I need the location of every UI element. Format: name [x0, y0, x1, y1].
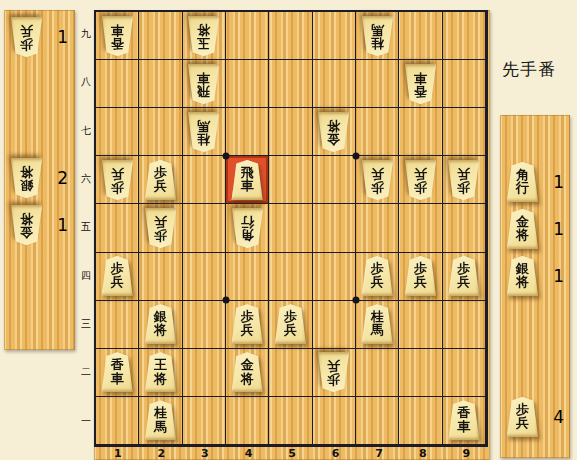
piece-kanji: 歩 — [371, 262, 384, 275]
board-square[interactable] — [356, 204, 399, 252]
piece-knight[interactable]: 桂馬 — [187, 112, 220, 152]
turn-indicator: 先手番 — [502, 58, 556, 81]
board-square[interactable] — [139, 108, 182, 156]
file-label: 2 — [140, 447, 184, 460]
board-square[interactable]: 香車 — [443, 397, 486, 445]
board-square[interactable] — [226, 60, 269, 108]
file-label: 3 — [183, 447, 227, 460]
piece-kanji: 香 — [414, 84, 427, 97]
piece-pawn[interactable]: 歩兵 — [101, 256, 134, 296]
piece-kanji: 兵 — [284, 323, 297, 336]
board-square[interactable] — [443, 12, 486, 60]
piece-kanji: 歩 — [241, 310, 254, 323]
board-square[interactable] — [183, 301, 226, 349]
sente-hand-pawn[interactable]: 歩兵1 — [8, 15, 70, 59]
piece-kanji: 車 — [111, 372, 124, 385]
star-point — [353, 153, 360, 160]
board-square[interactable] — [139, 12, 182, 60]
board-square[interactable] — [226, 253, 269, 301]
rank-label: 三 — [79, 300, 93, 348]
piece-knight[interactable]: 桂馬 — [361, 304, 394, 344]
board-grid: 香車玉将桂馬飛車香車桂馬金将歩兵歩兵飛車歩兵歩兵歩兵歩兵角行歩兵歩兵歩兵歩兵銀将… — [94, 10, 488, 447]
piece-kanji: 兵 — [516, 416, 529, 429]
piece-kanji: 香 — [457, 406, 470, 419]
piece-gold[interactable]: 金将 — [317, 112, 350, 152]
piece-kanji: 兵 — [414, 275, 427, 288]
board-square[interactable]: 歩兵 — [269, 301, 312, 349]
piece-kanji: 兵 — [20, 25, 33, 38]
piece-silver[interactable]: 銀将 — [144, 304, 177, 344]
file-label: 7 — [357, 447, 401, 460]
piece-kanji: 兵 — [154, 179, 167, 192]
file-label: 8 — [401, 447, 445, 460]
board-square[interactable] — [399, 397, 442, 445]
piece-kanji: 歩 — [327, 373, 340, 386]
board-square[interactable] — [399, 204, 442, 252]
piece-kanji: 桂 — [154, 406, 167, 419]
piece-kanji: 兵 — [111, 275, 124, 288]
rank-label: 九 — [79, 10, 93, 58]
piece-lance[interactable]: 香車 — [101, 352, 134, 392]
piece-kanji: 兵 — [414, 167, 427, 180]
piece-kanji: 銀 — [516, 262, 529, 275]
gote-hand-bishop[interactable]: 角行1 — [504, 160, 566, 204]
piece-kanji: 馬 — [371, 323, 384, 336]
board-square[interactable] — [399, 301, 442, 349]
file-label: 9 — [445, 447, 489, 460]
piece-kanji: 兵 — [371, 167, 384, 180]
file-labels: 123456789 — [96, 447, 488, 460]
piece-kanji: 兵 — [371, 275, 384, 288]
gote-hand-silver[interactable]: 銀将1 — [504, 254, 566, 298]
board-square[interactable] — [356, 108, 399, 156]
board-square[interactable] — [356, 349, 399, 397]
board-square[interactable] — [399, 12, 442, 60]
board-square[interactable] — [269, 60, 312, 108]
board-square[interactable]: 歩兵 — [226, 301, 269, 349]
piece-kanji: 角 — [516, 168, 529, 181]
piece-rook[interactable]: 飛車 — [187, 64, 220, 104]
piece-lance[interactable]: 香車 — [404, 64, 437, 104]
board-square[interactable] — [313, 156, 356, 204]
piece-kanji: 車 — [111, 23, 124, 36]
rank-label: 四 — [79, 252, 93, 300]
board-square[interactable]: 香車 — [399, 60, 442, 108]
sente-hand-gold[interactable]: 金将1 — [8, 203, 70, 247]
piece-pawn[interactable]: 歩兵 — [144, 160, 177, 200]
piece-kanji: 車 — [241, 179, 254, 192]
piece-kanji: 歩 — [516, 403, 529, 416]
file-label: 1 — [96, 447, 140, 460]
piece-kanji: 銀 — [20, 179, 33, 192]
board-square[interactable]: 歩兵 — [443, 156, 486, 204]
shogi-board: 香車玉将桂馬飛車香車桂馬金将歩兵歩兵飛車歩兵歩兵歩兵歩兵角行歩兵歩兵歩兵歩兵銀将… — [94, 10, 490, 460]
board-square[interactable]: 桂馬 — [356, 12, 399, 60]
board-square[interactable]: 歩兵 — [313, 349, 356, 397]
piece-kanji: 飛 — [197, 84, 210, 97]
piece-pawn[interactable]: 歩兵 — [274, 304, 307, 344]
board-square[interactable] — [96, 204, 139, 252]
piece-kanji: 金 — [516, 215, 529, 228]
piece-kanji: 歩 — [154, 229, 167, 242]
piece-kanji: 桂 — [197, 133, 210, 146]
board-square[interactable] — [356, 60, 399, 108]
piece-kanji: 金 — [20, 226, 33, 239]
piece-kanji: 歩 — [111, 181, 124, 194]
board-square[interactable] — [226, 108, 269, 156]
board-square[interactable] — [183, 204, 226, 252]
piece-kanji: 歩 — [111, 262, 124, 275]
board-square[interactable] — [443, 204, 486, 252]
board-square[interactable] — [139, 60, 182, 108]
piece-gold[interactable]: 金将 — [506, 209, 539, 249]
piece-king-jeweled[interactable]: 玉将 — [187, 16, 220, 56]
file-label: 5 — [270, 447, 314, 460]
piece-silver[interactable]: 銀将 — [10, 158, 43, 198]
board-square[interactable]: 飛車 — [183, 60, 226, 108]
hand-piece-count: 4 — [553, 407, 564, 427]
board-square[interactable] — [269, 253, 312, 301]
board-square[interactable]: 桂馬 — [356, 301, 399, 349]
file-label: 6 — [314, 447, 358, 460]
board-square[interactable] — [226, 397, 269, 445]
piece-lance[interactable]: 香車 — [447, 400, 480, 440]
piece-lance[interactable]: 香車 — [101, 16, 134, 56]
piece-kanji: 将 — [20, 166, 33, 179]
board-square[interactable]: 銀将 — [139, 301, 182, 349]
board-square[interactable] — [313, 204, 356, 252]
piece-kanji: 将 — [516, 228, 529, 241]
piece-gold[interactable]: 金将 — [231, 352, 264, 392]
board-square[interactable] — [269, 204, 312, 252]
board-square[interactable] — [96, 397, 139, 445]
piece-kanji: 桂 — [371, 310, 384, 323]
piece-pawn[interactable]: 歩兵 — [361, 160, 394, 200]
piece-kanji: 歩 — [457, 262, 470, 275]
board-square[interactable] — [313, 397, 356, 445]
piece-kanji: 車 — [414, 71, 427, 84]
piece-bishop[interactable]: 角行 — [231, 208, 264, 248]
gote-hand-tray: 角行1金将1銀将1歩兵4 — [500, 115, 570, 458]
board-square[interactable] — [313, 12, 356, 60]
piece-rook[interactable]: 飛車 — [231, 160, 264, 200]
gote-hand-gold[interactable]: 金将1 — [504, 207, 566, 251]
board-square[interactable]: 香車 — [96, 12, 139, 60]
piece-kanji: 銀 — [154, 310, 167, 323]
board-square[interactable]: 桂馬 — [139, 397, 182, 445]
rank-label: 五 — [79, 203, 93, 251]
piece-kanji: 歩 — [457, 181, 470, 194]
piece-kanji: 角 — [241, 229, 254, 242]
piece-kanji: 将 — [241, 372, 254, 385]
board-square[interactable]: 歩兵 — [399, 156, 442, 204]
piece-silver[interactable]: 銀将 — [506, 256, 539, 296]
board-square[interactable] — [183, 253, 226, 301]
board-square[interactable] — [96, 108, 139, 156]
board-square[interactable]: 角行 — [226, 204, 269, 252]
board-square[interactable] — [269, 156, 312, 204]
piece-kanji: 兵 — [111, 167, 124, 180]
board-square[interactable] — [139, 253, 182, 301]
piece-pawn[interactable]: 歩兵 — [317, 352, 350, 392]
piece-kanji: 馬 — [371, 23, 384, 36]
board-square[interactable] — [356, 397, 399, 445]
board-square[interactable] — [96, 60, 139, 108]
hand-piece-count: 2 — [57, 168, 68, 188]
rank-label: 六 — [79, 155, 93, 203]
piece-kanji: 行 — [516, 181, 529, 194]
piece-kanji: 兵 — [457, 275, 470, 288]
piece-kanji: 歩 — [154, 166, 167, 179]
board-square[interactable]: 桂馬 — [183, 108, 226, 156]
gote-hand-pawn[interactable]: 歩兵4 — [504, 395, 566, 439]
piece-king[interactable]: 王将 — [144, 352, 177, 392]
board-square[interactable] — [96, 301, 139, 349]
piece-kanji: 将 — [154, 372, 167, 385]
star-point — [353, 297, 360, 304]
piece-kanji: 兵 — [241, 323, 254, 336]
piece-kanji: 行 — [241, 215, 254, 228]
piece-kanji: 車 — [197, 71, 210, 84]
board-square[interactable]: 歩兵 — [356, 253, 399, 301]
board-square[interactable] — [399, 349, 442, 397]
board-square[interactable]: 歩兵 — [443, 253, 486, 301]
board-square[interactable]: 金将 — [226, 349, 269, 397]
piece-knight[interactable]: 桂馬 — [144, 400, 177, 440]
board-square[interactable] — [313, 253, 356, 301]
piece-kanji: 歩 — [20, 38, 33, 51]
piece-kanji: 桂 — [371, 36, 384, 49]
board-square[interactable] — [269, 349, 312, 397]
piece-pawn[interactable]: 歩兵 — [231, 304, 264, 344]
piece-kanji: 歩 — [284, 310, 297, 323]
board-square[interactable] — [269, 397, 312, 445]
piece-pawn[interactable]: 歩兵 — [404, 160, 437, 200]
piece-kanji: 将 — [197, 23, 210, 36]
piece-kanji: 玉 — [197, 36, 210, 49]
piece-kanji: 将 — [327, 119, 340, 132]
hand-piece-count: 1 — [553, 172, 564, 192]
piece-pawn[interactable]: 歩兵 — [447, 160, 480, 200]
rank-label: 八 — [79, 58, 93, 106]
board-square[interactable]: 歩兵 — [139, 156, 182, 204]
piece-kanji: 兵 — [154, 215, 167, 228]
piece-pawn[interactable]: 歩兵 — [447, 256, 480, 296]
board-square[interactable]: 玉将 — [183, 12, 226, 60]
board-square[interactable] — [226, 12, 269, 60]
piece-kanji: 将 — [154, 323, 167, 336]
hand-piece-count: 1 — [553, 266, 564, 286]
piece-kanji: 王 — [154, 358, 167, 371]
piece-bishop[interactable]: 角行 — [506, 162, 539, 202]
board-square[interactable]: 香車 — [96, 349, 139, 397]
piece-gold[interactable]: 金将 — [10, 205, 43, 245]
board-square[interactable] — [443, 349, 486, 397]
rank-label: 七 — [79, 107, 93, 155]
piece-kanji: 飛 — [241, 166, 254, 179]
board-square[interactable] — [443, 108, 486, 156]
board-square[interactable]: 歩兵 — [139, 204, 182, 252]
star-point — [223, 153, 230, 160]
star-point — [223, 297, 230, 304]
board-square[interactable]: 飛車 — [226, 156, 269, 204]
piece-kanji: 車 — [457, 420, 470, 433]
board-square[interactable] — [269, 108, 312, 156]
piece-pawn[interactable]: 歩兵 — [361, 256, 394, 296]
rank-label: 二 — [79, 348, 93, 396]
board-square[interactable]: 金将 — [313, 108, 356, 156]
board-square[interactable]: 王将 — [139, 349, 182, 397]
file-label: 4 — [227, 447, 271, 460]
board-square[interactable] — [313, 301, 356, 349]
hand-piece-count: 1 — [553, 219, 564, 239]
piece-kanji: 馬 — [197, 119, 210, 132]
board-square[interactable] — [443, 60, 486, 108]
rank-label: 一 — [79, 397, 93, 445]
hand-piece-count: 1 — [57, 215, 68, 235]
piece-kanji: 将 — [516, 275, 529, 288]
board-square[interactable] — [183, 156, 226, 204]
piece-kanji: 香 — [111, 36, 124, 49]
board-square[interactable] — [269, 12, 312, 60]
board-square[interactable]: 歩兵 — [356, 156, 399, 204]
sente-hand-silver[interactable]: 銀将2 — [8, 156, 70, 200]
piece-pawn[interactable]: 歩兵 — [144, 208, 177, 248]
piece-kanji: 金 — [241, 358, 254, 371]
rank-labels: 九八七六五四三二一 — [79, 10, 93, 445]
board-square[interactable] — [313, 60, 356, 108]
piece-knight[interactable]: 桂馬 — [361, 16, 394, 56]
piece-kanji: 将 — [20, 213, 33, 226]
piece-kanji: 兵 — [327, 360, 340, 373]
piece-kanji: 歩 — [414, 262, 427, 275]
board-square[interactable] — [443, 301, 486, 349]
piece-pawn[interactable]: 歩兵 — [506, 397, 539, 437]
sente-hand-tray: 歩兵1銀将2金将1 — [4, 10, 75, 350]
piece-kanji: 馬 — [154, 420, 167, 433]
board-square[interactable] — [183, 397, 226, 445]
board-square[interactable] — [399, 108, 442, 156]
board-square[interactable]: 歩兵 — [96, 156, 139, 204]
hand-piece-count: 1 — [57, 27, 68, 47]
piece-pawn[interactable]: 歩兵 — [10, 17, 43, 57]
board-square[interactable] — [183, 349, 226, 397]
piece-kanji: 香 — [111, 358, 124, 371]
piece-kanji: 金 — [327, 133, 340, 146]
piece-kanji: 兵 — [457, 167, 470, 180]
board-square[interactable]: 歩兵 — [96, 253, 139, 301]
board-square[interactable]: 歩兵 — [399, 253, 442, 301]
piece-kanji: 歩 — [414, 181, 427, 194]
piece-kanji: 歩 — [371, 181, 384, 194]
piece-pawn[interactable]: 歩兵 — [101, 160, 134, 200]
piece-pawn[interactable]: 歩兵 — [404, 256, 437, 296]
